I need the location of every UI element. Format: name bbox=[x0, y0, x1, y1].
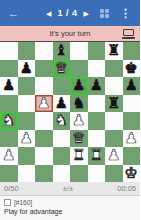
square-e1[interactable] bbox=[70, 165, 88, 183]
square-f8[interactable] bbox=[88, 42, 106, 60]
square-c4[interactable] bbox=[35, 112, 53, 130]
square-e4[interactable]: ♟ bbox=[70, 112, 88, 130]
square-e6[interactable]: ♟ bbox=[70, 77, 88, 95]
piece-white-rook: ♜ bbox=[90, 148, 103, 163]
square-a5[interactable] bbox=[0, 95, 18, 113]
piece-black-king: ♚ bbox=[125, 60, 138, 75]
square-a8[interactable] bbox=[0, 42, 18, 60]
turn-banner: It's your turn bbox=[0, 26, 140, 42]
page-indicator: 1 / 4 bbox=[57, 8, 77, 18]
square-h7[interactable]: ♚ bbox=[123, 60, 141, 78]
square-c3[interactable] bbox=[35, 130, 53, 148]
square-h6[interactable]: ♟ bbox=[123, 77, 141, 95]
piece-white-pawn: ♟ bbox=[125, 130, 138, 145]
puzzle-id: [#160] bbox=[14, 199, 32, 206]
piece-white-queen: ♛ bbox=[72, 130, 85, 145]
square-a2[interactable]: ♟ bbox=[0, 147, 18, 165]
square-d1[interactable] bbox=[53, 165, 71, 183]
timer: 00:05 bbox=[117, 184, 136, 193]
square-d6[interactable] bbox=[53, 77, 71, 95]
progress-counter: 0/50 bbox=[4, 184, 19, 193]
piece-black-pawn: ♟ bbox=[20, 60, 33, 75]
piece-white-knight: ♞ bbox=[2, 113, 15, 128]
square-a3[interactable] bbox=[0, 130, 18, 148]
piece-white-pawn: ♟ bbox=[72, 113, 85, 128]
puzzle-checkbox[interactable] bbox=[4, 199, 11, 206]
piece-white-king: ♚ bbox=[125, 165, 138, 180]
piece-black-knight: ♞ bbox=[72, 95, 85, 110]
square-h5[interactable] bbox=[123, 95, 141, 113]
square-g2[interactable]: ♟ bbox=[105, 147, 123, 165]
square-f7[interactable] bbox=[88, 60, 106, 78]
square-a7[interactable] bbox=[0, 60, 18, 78]
prev-page-button[interactable]: ◀ bbox=[46, 10, 51, 17]
square-b7[interactable]: ♟ bbox=[18, 60, 36, 78]
square-f5[interactable] bbox=[88, 95, 106, 113]
piece-black-pawn: ♟ bbox=[2, 78, 15, 93]
overflow-menu-icon[interactable]: ⋮ bbox=[120, 8, 131, 19]
square-c1[interactable] bbox=[35, 165, 53, 183]
square-h2[interactable] bbox=[123, 147, 141, 165]
piece-white-pawn: ♟ bbox=[2, 148, 15, 163]
square-h3[interactable]: ♟ bbox=[123, 130, 141, 148]
square-g6[interactable] bbox=[105, 77, 123, 95]
square-f1[interactable] bbox=[88, 165, 106, 183]
square-e3[interactable]: ♛ bbox=[70, 130, 88, 148]
turn-banner-text: It's your turn bbox=[49, 29, 90, 38]
square-a1[interactable] bbox=[0, 165, 18, 183]
piece-black-rook: ♜ bbox=[107, 95, 120, 110]
square-d2[interactable] bbox=[53, 147, 71, 165]
back-button[interactable]: ← bbox=[8, 8, 19, 19]
square-c5[interactable]: ♟ bbox=[35, 95, 53, 113]
puzzle-info: [#160] Play for advantage bbox=[0, 196, 140, 220]
piece-white-queen: ♛ bbox=[55, 60, 68, 75]
piece-black-pawn: ♟ bbox=[55, 95, 68, 110]
square-h4[interactable] bbox=[123, 112, 141, 130]
square-f2[interactable]: ♜ bbox=[88, 147, 106, 165]
square-b6[interactable] bbox=[18, 77, 36, 95]
top-bar-actions: ⋮ bbox=[100, 8, 131, 19]
square-c7[interactable] bbox=[35, 60, 53, 78]
square-g5[interactable]: ♜ bbox=[105, 95, 123, 113]
square-b3[interactable]: ♟ bbox=[18, 130, 36, 148]
square-d7[interactable]: ♛ bbox=[53, 60, 71, 78]
next-page-button[interactable]: ▶ bbox=[83, 10, 88, 17]
piece-black-pawn: ♟ bbox=[125, 78, 138, 93]
puzzle-title: Play for advantage bbox=[4, 208, 136, 215]
square-a4[interactable]: ♞ bbox=[0, 112, 18, 130]
square-f6[interactable]: ♟ bbox=[88, 77, 106, 95]
top-bar: ← ◀ 1 / 4 ▶ ⋮ bbox=[0, 0, 140, 26]
computer-icon[interactable] bbox=[122, 29, 135, 39]
chess-board: ♝♜♟♛♚♟♟♟♟♟♟♞♜♞♞♟♟♛♟♟♜♜♟♚ bbox=[0, 42, 140, 182]
square-e8[interactable] bbox=[70, 42, 88, 60]
square-b8[interactable] bbox=[18, 42, 36, 60]
square-e5[interactable]: ♞ bbox=[70, 95, 88, 113]
square-g7[interactable] bbox=[105, 60, 123, 78]
square-c6[interactable] bbox=[35, 77, 53, 95]
square-f3[interactable] bbox=[88, 130, 106, 148]
piece-black-rook: ♜ bbox=[107, 43, 120, 58]
piece-black-pawn: ♟ bbox=[90, 78, 103, 93]
square-d5[interactable]: ♟ bbox=[53, 95, 71, 113]
square-f4[interactable] bbox=[88, 112, 106, 130]
square-g4[interactable] bbox=[105, 112, 123, 130]
grid-view-icon[interactable] bbox=[100, 9, 109, 18]
evaluation-indicator: ±/± bbox=[63, 184, 73, 193]
square-b5[interactable] bbox=[18, 95, 36, 113]
square-b1[interactable] bbox=[18, 165, 36, 183]
square-h1[interactable]: ♚ bbox=[123, 165, 141, 183]
square-c2[interactable] bbox=[35, 147, 53, 165]
square-c8[interactable] bbox=[35, 42, 53, 60]
square-e7[interactable] bbox=[70, 60, 88, 78]
square-d4[interactable]: ♞ bbox=[53, 112, 71, 130]
piece-black-pawn: ♟ bbox=[72, 78, 85, 93]
square-h8[interactable] bbox=[123, 42, 141, 60]
square-g8[interactable]: ♜ bbox=[105, 42, 123, 60]
square-a6[interactable]: ♟ bbox=[0, 77, 18, 95]
piece-black-bishop: ♝ bbox=[55, 43, 68, 58]
square-b4[interactable] bbox=[18, 112, 36, 130]
chess-app-window: ← ◀ 1 / 4 ▶ ⋮ It's your turn ♝♜♟♛♚♟♟♟♟♟♟… bbox=[0, 0, 140, 220]
status-bar: 0/50 ±/± 00:05 bbox=[0, 182, 140, 196]
square-e2[interactable]: ♜ bbox=[70, 147, 88, 165]
square-d8[interactable]: ♝ bbox=[53, 42, 71, 60]
piece-white-pawn: ♟ bbox=[37, 95, 50, 110]
square-b2[interactable] bbox=[18, 147, 36, 165]
piece-white-pawn: ♟ bbox=[107, 148, 120, 163]
page-navigation: ◀ 1 / 4 ▶ bbox=[46, 0, 89, 26]
square-d3[interactable] bbox=[53, 130, 71, 148]
piece-white-rook: ♜ bbox=[72, 148, 85, 163]
piece-white-pawn: ♟ bbox=[20, 130, 33, 145]
square-g1[interactable] bbox=[105, 165, 123, 183]
piece-white-knight: ♞ bbox=[55, 113, 68, 128]
square-g3[interactable] bbox=[105, 130, 123, 148]
